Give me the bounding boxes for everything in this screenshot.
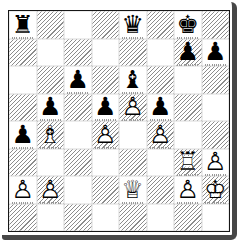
white-pawn-f4: ♟♙ xyxy=(147,121,175,149)
square-h8[interactable] xyxy=(202,11,230,39)
piece-glyph: ♔ xyxy=(202,176,230,204)
square-b2[interactable]: ♟♙ xyxy=(37,176,65,204)
chess-board: ♜♛♚♟♟♟♝♟♟♟♙♟♟♝♗♟♙♟♙♜♖♟♙♟♙♟♙♛♕♟♙♚♔ xyxy=(8,10,230,232)
black-pawn-h7: ♟ xyxy=(202,39,230,67)
square-g4[interactable] xyxy=(174,121,202,149)
square-c6[interactable]: ♟ xyxy=(64,66,92,94)
square-d4[interactable]: ♟♙ xyxy=(92,121,120,149)
white-queen-e2: ♛♕ xyxy=(119,176,147,204)
white-king-h2: ♚♔ xyxy=(202,176,230,204)
square-a5[interactable] xyxy=(9,94,37,122)
square-c8[interactable] xyxy=(64,11,92,39)
square-h6[interactable] xyxy=(202,66,230,94)
square-c1[interactable] xyxy=(64,204,92,232)
square-a6[interactable] xyxy=(9,66,37,94)
square-e3[interactable] xyxy=(119,149,147,177)
square-f2[interactable] xyxy=(147,176,175,204)
black-bishop-e6: ♝ xyxy=(119,66,147,94)
square-b8[interactable] xyxy=(37,11,65,39)
square-f4[interactable]: ♟♙ xyxy=(147,121,175,149)
square-a7[interactable] xyxy=(9,39,37,67)
square-b4[interactable]: ♝♗ xyxy=(37,121,65,149)
piece-glyph: ♙ xyxy=(37,176,65,204)
square-d6[interactable] xyxy=(92,66,120,94)
square-h3[interactable]: ♟♙ xyxy=(202,149,230,177)
square-e2[interactable]: ♛♕ xyxy=(119,176,147,204)
square-g3[interactable]: ♜♖ xyxy=(174,149,202,177)
square-c7[interactable] xyxy=(64,39,92,67)
square-g6[interactable] xyxy=(174,66,202,94)
square-h5[interactable] xyxy=(202,94,230,122)
piece-glyph: ♛ xyxy=(119,11,147,39)
square-e6[interactable]: ♝ xyxy=(119,66,147,94)
piece-glyph: ♝ xyxy=(119,66,147,94)
piece-glyph: ♟ xyxy=(9,121,37,149)
square-b7[interactable] xyxy=(37,39,65,67)
square-b6[interactable] xyxy=(37,66,65,94)
square-d1[interactable] xyxy=(92,204,120,232)
piece-glyph: ♖ xyxy=(174,149,202,177)
square-f8[interactable] xyxy=(147,11,175,39)
black-queen-e8: ♛ xyxy=(119,11,147,39)
chess-diagram: ♜♛♚♟♟♟♝♟♟♟♙♟♟♝♗♟♙♟♙♜♖♟♙♟♙♟♙♛♕♟♙♚♔ xyxy=(0,0,239,244)
square-f5[interactable]: ♟ xyxy=(147,94,175,122)
square-e4[interactable] xyxy=(119,121,147,149)
black-pawn-c6: ♟ xyxy=(64,66,92,94)
square-g1[interactable] xyxy=(174,204,202,232)
square-a1[interactable] xyxy=(9,204,37,232)
white-bishop-b4: ♝♗ xyxy=(37,121,65,149)
square-a2[interactable]: ♟♙ xyxy=(9,176,37,204)
square-f7[interactable] xyxy=(147,39,175,67)
piece-glyph: ♟ xyxy=(174,39,202,67)
white-pawn-a2: ♟♙ xyxy=(9,176,37,204)
square-c4[interactable] xyxy=(64,121,92,149)
white-pawn-e5: ♟♙ xyxy=(119,94,147,122)
square-e7[interactable] xyxy=(119,39,147,67)
square-e8[interactable]: ♛ xyxy=(119,11,147,39)
square-d3[interactable] xyxy=(92,149,120,177)
piece-glyph: ♟ xyxy=(37,94,65,122)
square-h4[interactable] xyxy=(202,121,230,149)
square-h1[interactable] xyxy=(202,204,230,232)
black-pawn-f5: ♟ xyxy=(147,94,175,122)
square-g7[interactable]: ♟ xyxy=(174,39,202,67)
piece-glyph: ♗ xyxy=(37,121,65,149)
square-e1[interactable] xyxy=(119,204,147,232)
piece-glyph: ♙ xyxy=(9,176,37,204)
square-b1[interactable] xyxy=(37,204,65,232)
square-d7[interactable] xyxy=(92,39,120,67)
piece-glyph: ♙ xyxy=(92,121,120,149)
square-f3[interactable] xyxy=(147,149,175,177)
black-pawn-g7: ♟ xyxy=(174,39,202,67)
piece-glyph: ♕ xyxy=(119,176,147,204)
piece-glyph: ♙ xyxy=(174,176,202,204)
square-h2[interactable]: ♚♔ xyxy=(202,176,230,204)
square-c3[interactable] xyxy=(64,149,92,177)
square-d5[interactable]: ♟ xyxy=(92,94,120,122)
white-pawn-b2: ♟♙ xyxy=(37,176,65,204)
square-g2[interactable]: ♟♙ xyxy=(174,176,202,204)
piece-glyph: ♙ xyxy=(119,94,147,122)
square-e5[interactable]: ♟♙ xyxy=(119,94,147,122)
square-h7[interactable]: ♟ xyxy=(202,39,230,67)
piece-glyph: ♜ xyxy=(9,11,37,39)
white-rook-g3: ♜♖ xyxy=(174,149,202,177)
piece-glyph: ♚ xyxy=(174,11,202,39)
square-g5[interactable] xyxy=(174,94,202,122)
square-d2[interactable] xyxy=(92,176,120,204)
piece-glyph: ♙ xyxy=(202,149,230,177)
piece-glyph: ♟ xyxy=(92,94,120,122)
square-g8[interactable]: ♚ xyxy=(174,11,202,39)
square-f6[interactable] xyxy=(147,66,175,94)
piece-glyph: ♟ xyxy=(202,39,230,67)
piece-glyph: ♟ xyxy=(64,66,92,94)
black-rook-a8: ♜ xyxy=(9,11,37,39)
square-a8[interactable]: ♜ xyxy=(9,11,37,39)
square-a3[interactable] xyxy=(9,149,37,177)
square-a4[interactable]: ♟ xyxy=(9,121,37,149)
black-pawn-a4: ♟ xyxy=(9,121,37,149)
white-pawn-h3: ♟♙ xyxy=(202,149,230,177)
black-king-g8: ♚ xyxy=(174,11,202,39)
square-d8[interactable] xyxy=(92,11,120,39)
piece-glyph: ♙ xyxy=(147,121,175,149)
black-pawn-d5: ♟ xyxy=(92,94,120,122)
white-pawn-d4: ♟♙ xyxy=(92,121,120,149)
square-b3[interactable] xyxy=(37,149,65,177)
square-c5[interactable] xyxy=(64,94,92,122)
white-pawn-g2: ♟♙ xyxy=(174,176,202,204)
piece-glyph: ♟ xyxy=(147,94,175,122)
black-pawn-b5: ♟ xyxy=(37,94,65,122)
square-c2[interactable] xyxy=(64,176,92,204)
square-b5[interactable]: ♟ xyxy=(37,94,65,122)
square-f1[interactable] xyxy=(147,204,175,232)
